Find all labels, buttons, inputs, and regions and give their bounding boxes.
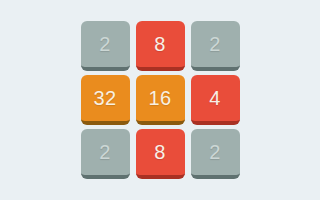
tile-r2c1: 32 (81, 75, 130, 125)
tile-r1c2: 8 (136, 21, 185, 71)
tile-r3c2: 8 (136, 129, 185, 179)
tile-r1c1: 2 (81, 21, 130, 71)
tile-r1c3: 2 (191, 21, 240, 71)
tile-r3c1: 2 (81, 129, 130, 179)
tile-r2c3: 4 (191, 75, 240, 125)
board-2048[interactable]: 2 8 2 32 16 4 2 8 2 (81, 21, 240, 179)
tile-r2c2: 16 (136, 75, 185, 125)
tile-r3c3: 2 (191, 129, 240, 179)
game-background: 2 8 2 32 16 4 2 8 2 (0, 0, 320, 200)
